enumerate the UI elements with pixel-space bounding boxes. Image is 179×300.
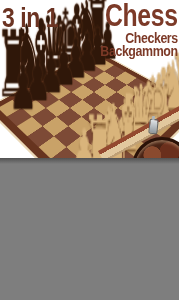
- gray-backdrop: [0, 158, 179, 300]
- promo-badge: 3 in 1: [2, 5, 58, 32]
- piece-bp: ♟: [8, 57, 36, 120]
- subtitle-backgammon: Backgammon: [101, 43, 178, 59]
- product-title: Chess: [106, 0, 178, 31]
- product-photo: ♜♞♝♛♚♝♞♜♟♟♟♟♟♟♟♟♟♟♟♟♟♟♟♟♜♞♝♛♚♝♞♜ 3 in 1 …: [0, 0, 179, 300]
- photo-area: ♜♞♝♛♚♝♞♜♟♟♟♟♟♟♟♟♟♟♟♟♟♟♟♟♜♞♝♛♚♝♞♜ 3 in 1 …: [0, 0, 179, 158]
- metal-clasp: [148, 119, 159, 135]
